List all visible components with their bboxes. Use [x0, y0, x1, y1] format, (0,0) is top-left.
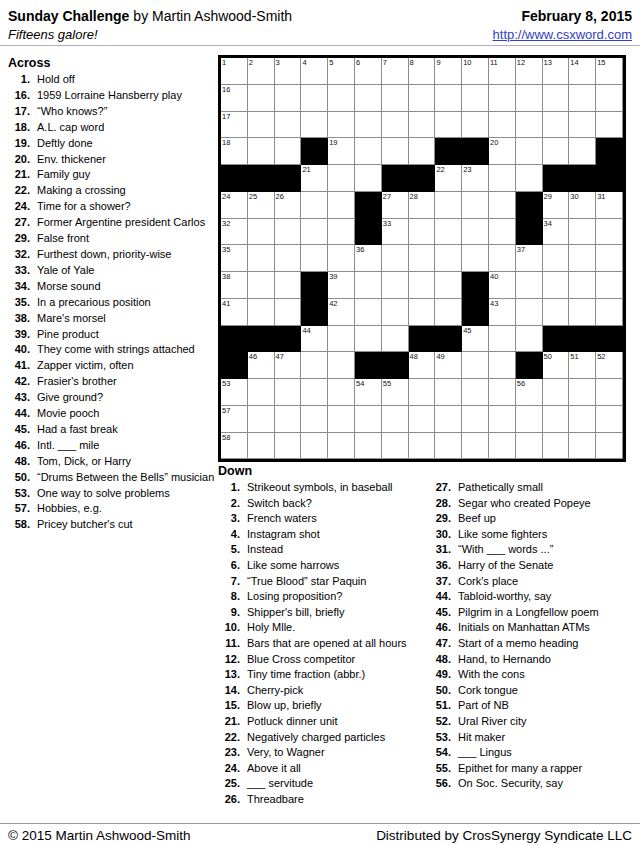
grid-cell[interactable]: 9	[435, 58, 462, 85]
clue-number: 7.	[218, 574, 240, 590]
grid-cell[interactable]	[435, 219, 462, 246]
grid-cell[interactable]	[435, 245, 462, 272]
grid-cell[interactable]	[435, 272, 462, 299]
clue-item: 6.Like some harrows	[218, 558, 423, 574]
grid-cell[interactable]	[569, 272, 596, 299]
grid-cell[interactable]: 15	[596, 58, 623, 85]
clue-item: 22.Negatively charged particles	[218, 730, 423, 746]
grid-cell[interactable]: 8	[409, 58, 436, 85]
grid-cell[interactable]: 29	[543, 192, 570, 219]
grid-cell[interactable]	[248, 245, 275, 272]
cell-number: 14	[570, 58, 578, 67]
clue-text: With the cons	[458, 667, 634, 683]
clue-text: Deftly done	[37, 136, 215, 152]
clue-item: 42.Frasier's brother	[8, 374, 215, 390]
grid-cell[interactable]	[516, 112, 543, 139]
grid-cell[interactable]	[489, 165, 516, 192]
grid-cell[interactable]: 22	[435, 165, 462, 192]
grid-cell[interactable]	[355, 85, 382, 112]
grid-cell[interactable]	[409, 299, 436, 326]
grid-cell[interactable]	[543, 85, 570, 112]
clue-item: 29.Beef up	[429, 511, 634, 527]
grid-cell[interactable]	[355, 138, 382, 165]
grid-cell[interactable]	[301, 352, 328, 379]
grid-cell[interactable]	[489, 192, 516, 219]
grid-cell[interactable]	[248, 433, 275, 460]
grid-cell[interactable]	[355, 165, 382, 192]
clue-number: 23.	[218, 745, 240, 761]
cell-number: 52	[597, 352, 605, 361]
grid-cell[interactable]: 52	[596, 352, 623, 379]
grid-cell[interactable]: 34	[543, 219, 570, 246]
grid-cell[interactable]: 5	[328, 58, 355, 85]
cell-number: 43	[490, 299, 498, 308]
grid-cell[interactable]: 56	[516, 379, 543, 406]
grid-cell[interactable]: 42	[328, 299, 355, 326]
clue-text: They come with strings attached	[37, 342, 215, 358]
grid-cell[interactable]	[435, 379, 462, 406]
clue-text: Zapper victim, often	[37, 358, 215, 374]
grid-cell[interactable]	[543, 433, 570, 460]
grid-cell[interactable]	[382, 272, 409, 299]
grid-cell[interactable]: 46	[248, 352, 275, 379]
grid-cell[interactable]	[301, 245, 328, 272]
black-cell	[301, 272, 328, 299]
clue-text: Like some harrows	[247, 558, 423, 574]
clue-text: Losing proposition?	[247, 589, 423, 605]
grid-cell[interactable]	[543, 245, 570, 272]
cell-number: 57	[222, 406, 230, 415]
grid-cell[interactable]	[409, 406, 436, 433]
cell-number: 53	[222, 379, 230, 388]
clue-text: Yale of Yale	[37, 263, 215, 279]
grid-cell[interactable]	[409, 112, 436, 139]
grid-cell[interactable]	[382, 138, 409, 165]
grid-cell[interactable]	[275, 406, 302, 433]
grid-cell[interactable]	[543, 138, 570, 165]
clue-text: Shipper's bill, briefly	[247, 605, 423, 621]
grid-cell[interactable]	[328, 406, 355, 433]
cell-number: 11	[490, 58, 498, 67]
grid-cell[interactable]	[462, 219, 489, 246]
grid-cell[interactable]	[328, 112, 355, 139]
clue-item: 45.Had a fast break	[8, 422, 215, 438]
grid-cell[interactable]	[382, 326, 409, 353]
clue-item: 50.Cork tongue	[429, 683, 634, 699]
clue-item: 53.One way to solve problems	[8, 486, 215, 502]
clue-text: Start of a memo heading	[458, 636, 634, 652]
clue-text: Holy Mlle.	[247, 620, 423, 636]
grid-cell[interactable]: 43	[489, 299, 516, 326]
cell-number: 22	[436, 165, 444, 174]
clue-number: 27.	[429, 480, 451, 496]
grid-cell[interactable]	[275, 433, 302, 460]
clue-number: 46.	[8, 438, 30, 454]
cell-number: 45	[463, 326, 471, 335]
grid-cell[interactable]	[355, 272, 382, 299]
grid-cell[interactable]	[489, 219, 516, 246]
grid-cell[interactable]: 11	[489, 58, 516, 85]
grid-cell[interactable]	[543, 406, 570, 433]
clue-item: 37.Cork's place	[429, 574, 634, 590]
grid-cell[interactable]: 31	[596, 192, 623, 219]
cell-number: 56	[517, 379, 525, 388]
grid-cell[interactable]: 33	[382, 219, 409, 246]
clue-item: 23.Very, to Wagner	[218, 745, 423, 761]
grid-cell[interactable]	[596, 272, 623, 299]
grid-cell[interactable]: 2	[248, 58, 275, 85]
grid-cell[interactable]	[275, 112, 302, 139]
grid-cell[interactable]	[489, 406, 516, 433]
grid-cell[interactable]	[462, 406, 489, 433]
cell-number: 29	[544, 192, 552, 201]
grid-cell[interactable]	[489, 326, 516, 353]
clue-number: 26.	[218, 792, 240, 808]
grid-cell[interactable]	[462, 245, 489, 272]
cell-number: 54	[356, 379, 364, 388]
grid-cell[interactable]: 41	[221, 299, 248, 326]
grid-cell[interactable]	[328, 85, 355, 112]
clue-item: 7.“True Blood” star Paquin	[218, 574, 423, 590]
clue-number: 14.	[218, 683, 240, 699]
grid-cell[interactable]	[569, 299, 596, 326]
cell-number: 26	[276, 192, 284, 201]
black-cell	[462, 299, 489, 326]
grid-cell[interactable]	[382, 85, 409, 112]
grid-cell[interactable]	[355, 406, 382, 433]
grid-cell[interactable]: 47	[275, 352, 302, 379]
grid-cell[interactable]	[355, 326, 382, 353]
clue-number: 8.	[218, 589, 240, 605]
grid-cell[interactable]: 27	[382, 192, 409, 219]
clue-item: 24.Above it all	[218, 761, 423, 777]
grid-cell[interactable]: 16	[221, 85, 248, 112]
clue-number: 58.	[8, 517, 30, 533]
grid-cell[interactable]	[301, 192, 328, 219]
clue-number: 50.	[8, 470, 30, 486]
cell-number: 51	[570, 352, 578, 361]
grid-cell[interactable]: 4	[301, 58, 328, 85]
grid-cell[interactable]	[569, 245, 596, 272]
grid-cell[interactable]	[516, 165, 543, 192]
clue-item: 48.Hand, to Hernando	[429, 652, 634, 668]
grid-cell[interactable]: 38	[221, 272, 248, 299]
clue-number: 19.	[8, 136, 30, 152]
grid-cell[interactable]: 53	[221, 379, 248, 406]
grid-cell[interactable]	[328, 219, 355, 246]
clue-text: Family guy	[37, 167, 215, 183]
grid-cell[interactable]: 23	[462, 165, 489, 192]
grid-cell[interactable]	[462, 85, 489, 112]
grid-cell[interactable]	[328, 326, 355, 353]
grid-cell[interactable]: 1	[221, 58, 248, 85]
grid-cell[interactable]	[301, 112, 328, 139]
grid-cell[interactable]: 54	[355, 379, 382, 406]
grid-cell[interactable]: 36	[355, 245, 382, 272]
grid-cell[interactable]: 39	[328, 272, 355, 299]
black-cell	[569, 165, 596, 192]
clue-text: Hand, to Hernando	[458, 652, 634, 668]
grid-cell[interactable]	[462, 433, 489, 460]
grid-cell[interactable]	[275, 138, 302, 165]
clue-text: Cork's place	[458, 574, 634, 590]
clue-item: 2.Switch back?	[218, 496, 423, 512]
grid-cell[interactable]	[516, 299, 543, 326]
grid-cell[interactable]	[489, 433, 516, 460]
grid-cell[interactable]: 24	[221, 192, 248, 219]
grid-cell[interactable]	[409, 245, 436, 272]
grid-cell[interactable]	[516, 85, 543, 112]
grid-cell[interactable]	[462, 379, 489, 406]
grid-cell[interactable]	[355, 433, 382, 460]
grid-cell[interactable]	[328, 245, 355, 272]
grid-cell[interactable]	[409, 433, 436, 460]
grid-cell[interactable]	[543, 112, 570, 139]
grid-cell[interactable]	[516, 406, 543, 433]
grid-cell[interactable]: 58	[221, 433, 248, 460]
clue-item: 21.Potluck dinner unit	[218, 714, 423, 730]
cell-number: 38	[222, 272, 230, 281]
distributor: Distributed by CrosSynergy Syndicate LLC	[376, 828, 632, 844]
grid-cell[interactable]	[596, 85, 623, 112]
clue-number: 57.	[8, 501, 30, 517]
grid-cell[interactable]	[409, 379, 436, 406]
grid-cell[interactable]	[489, 85, 516, 112]
grid-cell[interactable]: 26	[275, 192, 302, 219]
clue-text: Pine product	[37, 327, 215, 343]
grid-cell[interactable]: 6	[355, 58, 382, 85]
grid-cell[interactable]	[409, 219, 436, 246]
grid-cell[interactable]	[275, 85, 302, 112]
grid-cell[interactable]: 40	[489, 272, 516, 299]
clue-number: 22.	[218, 730, 240, 746]
grid-cell[interactable]	[409, 272, 436, 299]
grid-cell[interactable]	[328, 192, 355, 219]
clue-number: 40.	[8, 342, 30, 358]
down-panel: Down 1.Strikeout symbols, in baseball2.S…	[218, 464, 634, 807]
clue-item: 46.Initials on Manhattan ATMs	[429, 620, 634, 636]
grid-cell[interactable]: 55	[382, 379, 409, 406]
grid-cell[interactable]: 32	[221, 219, 248, 246]
grid-cell[interactable]: 57	[221, 406, 248, 433]
clue-text: Pricey butcher's cut	[37, 517, 215, 533]
clue-text: Morse sound	[37, 279, 215, 295]
grid-cell[interactable]: 28	[409, 192, 436, 219]
grid-cell[interactable]: 44	[301, 326, 328, 353]
clue-item: 5.Instead	[218, 542, 423, 558]
clue-text: Beef up	[458, 511, 634, 527]
clue-number: 33.	[8, 263, 30, 279]
clue-text: Hold off	[37, 72, 215, 88]
grid-cell[interactable]	[275, 219, 302, 246]
clue-item: 46.Intl. ___ mile	[8, 438, 215, 454]
grid-cell[interactable]	[382, 245, 409, 272]
grid-cell[interactable]	[435, 299, 462, 326]
grid-cell[interactable]	[569, 138, 596, 165]
cell-number: 24	[222, 192, 230, 201]
grid-cell[interactable]: 13	[543, 58, 570, 85]
clue-item: 24.Time for a shower?	[8, 199, 215, 215]
cell-number: 4	[302, 58, 306, 67]
grid-cell[interactable]	[543, 272, 570, 299]
grid-cell[interactable]	[248, 272, 275, 299]
grid-cell[interactable]: 37	[516, 245, 543, 272]
clue-item: 31.“With ___ words ...”	[429, 542, 634, 558]
grid-cell[interactable]	[516, 433, 543, 460]
grid-cell[interactable]	[596, 112, 623, 139]
grid-cell[interactable]	[596, 219, 623, 246]
grid-cell[interactable]	[248, 219, 275, 246]
clue-item: 14.Cherry-pick	[218, 683, 423, 699]
grid-cell[interactable]: 51	[569, 352, 596, 379]
clue-number: 39.	[8, 327, 30, 343]
cell-number: 46	[249, 352, 257, 361]
grid-cell[interactable]: 7	[382, 58, 409, 85]
grid-cell[interactable]	[569, 406, 596, 433]
black-cell	[301, 138, 328, 165]
grid-cell[interactable]: 49	[435, 352, 462, 379]
clue-text: French waters	[247, 511, 423, 527]
clue-item: 11.Bars that are opened at all hours	[218, 636, 423, 652]
grid-cell[interactable]	[489, 112, 516, 139]
cell-number: 39	[329, 272, 337, 281]
grid-cell[interactable]	[569, 433, 596, 460]
grid-cell[interactable]	[596, 299, 623, 326]
clue-item: 1.Strikeout symbols, in baseball	[218, 480, 423, 496]
clue-text: Give ground?	[37, 390, 215, 406]
clue-text: Had a fast break	[37, 422, 215, 438]
grid-cell[interactable]	[569, 85, 596, 112]
grid-cell[interactable]	[596, 245, 623, 272]
grid-cell[interactable]	[543, 299, 570, 326]
grid-cell[interactable]	[275, 299, 302, 326]
grid-cell[interactable]	[435, 192, 462, 219]
grid-cell[interactable]	[435, 433, 462, 460]
clue-number: 38.	[8, 311, 30, 327]
grid-cell[interactable]	[301, 219, 328, 246]
cell-number: 23	[463, 165, 471, 174]
clue-item: 13.Tiny time fraction (abbr.)	[218, 667, 423, 683]
grid-cell[interactable]	[596, 433, 623, 460]
grid-cell[interactable]	[328, 433, 355, 460]
grid-cell[interactable]	[328, 379, 355, 406]
grid-cell[interactable]: 14	[569, 58, 596, 85]
copyright: © 2015 Martin Ashwood-Smith	[8, 828, 191, 844]
cell-number: 47	[276, 352, 284, 361]
grid-cell[interactable]	[248, 85, 275, 112]
grid-cell[interactable]: 17	[221, 112, 248, 139]
site-link[interactable]: http://www.csxword.com	[493, 26, 632, 44]
clue-number: 15.	[218, 698, 240, 714]
crossword-grid: 1234567891011121314151617181920212223242…	[218, 55, 626, 462]
grid-cell[interactable]	[248, 138, 275, 165]
grid-cell[interactable]	[409, 85, 436, 112]
grid-cell[interactable]	[409, 138, 436, 165]
grid-cell[interactable]	[569, 379, 596, 406]
grid-cell[interactable]	[328, 352, 355, 379]
grid-cell[interactable]: 20	[489, 138, 516, 165]
grid-cell[interactable]: 21	[301, 165, 328, 192]
grid-cell[interactable]	[516, 272, 543, 299]
grid-cell[interactable]	[462, 112, 489, 139]
grid-cell[interactable]: 30	[569, 192, 596, 219]
black-cell	[248, 165, 275, 192]
grid-cell[interactable]	[382, 406, 409, 433]
grid-cell[interactable]	[569, 112, 596, 139]
clue-item: 41.Zapper victim, often	[8, 358, 215, 374]
black-cell	[543, 165, 570, 192]
cell-number: 5	[329, 58, 333, 67]
grid-cell[interactable]: 19	[328, 138, 355, 165]
clue-number: 5.	[218, 542, 240, 558]
grid-cell[interactable]	[569, 219, 596, 246]
grid-cell[interactable]	[462, 192, 489, 219]
clue-number: 6.	[218, 558, 240, 574]
grid-cell[interactable]	[248, 299, 275, 326]
grid-cell[interactable]	[301, 379, 328, 406]
cell-number: 1	[222, 58, 226, 67]
grid-cell[interactable]: 35	[221, 245, 248, 272]
grid-cell[interactable]: 12	[516, 58, 543, 85]
grid-cell[interactable]	[435, 406, 462, 433]
grid-cell[interactable]	[462, 352, 489, 379]
grid-cell[interactable]	[516, 326, 543, 353]
grid-cell[interactable]	[382, 433, 409, 460]
clue-item: 39.Pine product	[8, 327, 215, 343]
grid-cell[interactable]	[489, 245, 516, 272]
grid-cell[interactable]	[489, 352, 516, 379]
cell-number: 2	[249, 58, 253, 67]
grid-cell[interactable]	[301, 433, 328, 460]
grid-cell[interactable]	[301, 406, 328, 433]
grid-cell[interactable]	[355, 299, 382, 326]
clue-text: Above it all	[247, 761, 423, 777]
grid-cell[interactable]	[328, 165, 355, 192]
grid-cell[interactable]	[435, 112, 462, 139]
clue-item: 51.Part of NB	[429, 698, 634, 714]
grid-cell[interactable]	[275, 245, 302, 272]
grid-cell[interactable]	[596, 379, 623, 406]
grid-cell[interactable]	[435, 85, 462, 112]
grid-cell[interactable]	[248, 406, 275, 433]
clue-number: 4.	[218, 527, 240, 543]
grid-cell[interactable]: 25	[248, 192, 275, 219]
grid-cell[interactable]	[382, 299, 409, 326]
grid-cell[interactable]	[275, 379, 302, 406]
grid-cell[interactable]: 45	[462, 326, 489, 353]
grid-cell[interactable]	[248, 379, 275, 406]
grid-cell[interactable]: 18	[221, 138, 248, 165]
grid-cell[interactable]	[355, 112, 382, 139]
puzzle-title-line: Sunday Challengeby Martin Ashwood-Smith	[8, 7, 292, 26]
clue-item: 50.“Drums Between the Bells” musician	[8, 470, 215, 486]
grid-cell[interactable]: 50	[543, 352, 570, 379]
grid-cell[interactable]	[275, 272, 302, 299]
clue-number: 9.	[218, 605, 240, 621]
clue-text: Hobbies, e.g.	[37, 501, 215, 517]
grid-cell[interactable]: 10	[462, 58, 489, 85]
grid-cell[interactable]	[596, 406, 623, 433]
grid-cell[interactable]	[516, 138, 543, 165]
grid-cell[interactable]: 48	[409, 352, 436, 379]
grid-cell[interactable]	[382, 112, 409, 139]
grid-cell[interactable]	[248, 112, 275, 139]
grid-cell[interactable]	[301, 85, 328, 112]
clue-number: 21.	[218, 714, 240, 730]
grid-cell[interactable]	[543, 379, 570, 406]
grid-cell[interactable]	[489, 379, 516, 406]
grid-cell[interactable]: 3	[275, 58, 302, 85]
